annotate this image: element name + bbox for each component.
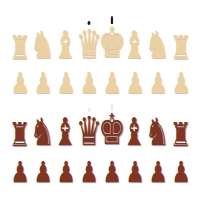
light-bishop-piece: ♝	[122, 26, 147, 64]
grid-cell-r2c5: ♟	[100, 67, 123, 98]
dark-rook-glyph: ♜	[9, 118, 31, 151]
dark-pawn-piece: ♟	[171, 158, 190, 187]
light-bishop-glyph: ♝	[53, 26, 78, 64]
grid-cell-r1c1: ♜	[8, 14, 31, 64]
dark-pawn-piece: ♟	[56, 158, 75, 187]
grid-cell-r1c5: ♚	[100, 14, 123, 64]
grid-cell-r4c4: ♟	[77, 154, 100, 187]
light-knight-piece: ♞	[30, 26, 55, 64]
dark-pawn-glyph: ♟	[125, 158, 144, 187]
light-pawn-glyph: ♟	[56, 69, 75, 98]
piece-grid: ♜♞♝♛♚♝♞♜♟♟♟♟♟♟♟♟♜♞♝♛♚♝♞♜♟♟♟♟♟♟♟♟	[0, 0, 200, 200]
grid-cell-r1c3: ♝	[54, 14, 77, 64]
dark-rook-glyph: ♜	[170, 118, 192, 151]
light-rook-piece: ♜	[9, 31, 31, 64]
grid-cell-r3c1: ♜	[8, 101, 31, 151]
dark-pawn-piece: ♟	[102, 158, 121, 187]
grid-cell-r4c1: ♟	[8, 154, 31, 187]
light-rook-glyph: ♜	[9, 31, 31, 64]
grid-cell-r1c6: ♝	[123, 14, 146, 64]
light-pawn-glyph: ♟	[125, 69, 144, 98]
grid-cell-r4c8: ♟	[169, 154, 192, 187]
dark-pawn-glyph: ♟	[148, 158, 167, 187]
dark-rook-piece: ♜	[170, 118, 192, 151]
light-bishop-piece: ♝	[53, 26, 78, 64]
grid-cell-r3c6: ♝	[123, 101, 146, 151]
grid-cell-r3c5: ♚	[100, 101, 123, 151]
light-pawn-glyph: ♟	[171, 69, 190, 98]
grid-cell-r1c7: ♞	[146, 14, 169, 64]
chess-set-photo: ♜♞♝♛♚♝♞♜♟♟♟♟♟♟♟♟♜♞♝♛♚♝♞♜♟♟♟♟♟♟♟♟	[0, 0, 200, 200]
light-pawn-glyph: ♟	[148, 69, 167, 98]
dark-rook-piece: ♜	[9, 118, 31, 151]
light-king-spike-finial	[110, 16, 112, 24]
grid-cell-r2c6: ♟	[123, 67, 146, 98]
grid-cell-r1c2: ♞	[31, 14, 54, 64]
light-knight-piece: ♞	[145, 26, 170, 64]
light-pawn-piece: ♟	[79, 69, 98, 98]
dark-queen-ball-finial	[87, 108, 90, 112]
light-pawn-glyph: ♟	[102, 69, 121, 98]
grid-cell-r3c2: ♞	[31, 101, 54, 151]
light-knight-glyph: ♞	[30, 26, 55, 64]
light-bishop-glyph: ♝	[122, 26, 147, 64]
dark-pawn-glyph: ♟	[10, 158, 29, 187]
dark-knight-glyph: ♞	[30, 113, 55, 151]
light-pawn-piece: ♟	[10, 69, 29, 98]
dark-bishop-piece: ♝	[122, 113, 147, 151]
dark-pawn-piece: ♟	[148, 158, 167, 187]
light-rook-piece: ♜	[170, 31, 192, 64]
light-pawn-piece: ♟	[171, 69, 190, 98]
grid-cell-r2c4: ♟	[77, 67, 100, 98]
light-rook-glyph: ♜	[170, 31, 192, 64]
dark-pawn-piece: ♟	[125, 158, 144, 187]
grid-cell-r3c7: ♞	[146, 101, 169, 151]
dark-pawn-glyph: ♟	[33, 158, 52, 187]
grid-cell-r3c8: ♜	[169, 101, 192, 151]
grid-cell-r2c8: ♟	[169, 67, 192, 98]
grid-cell-r2c2: ♟	[31, 67, 54, 98]
light-pawn-glyph: ♟	[10, 69, 29, 98]
dark-pawn-piece: ♟	[79, 158, 98, 187]
dark-pawn-glyph: ♟	[102, 158, 121, 187]
light-knight-glyph: ♞	[145, 26, 170, 64]
grid-cell-r1c4: ♛	[77, 14, 100, 64]
grid-cell-r3c4: ♛	[77, 101, 100, 151]
light-pawn-piece: ♟	[148, 69, 167, 98]
grid-cell-r4c7: ♟	[146, 154, 169, 187]
dark-bishop-piece: ♝	[53, 113, 78, 151]
dark-pawn-piece: ♟	[33, 158, 52, 187]
dark-knight-piece: ♞	[30, 113, 55, 151]
grid-cell-r4c5: ♟	[100, 154, 123, 187]
light-queen-ball-finial	[87, 21, 90, 25]
light-pawn-piece: ♟	[56, 69, 75, 98]
dark-pawn-glyph: ♟	[171, 158, 190, 187]
grid-cell-r2c1: ♟	[8, 67, 31, 98]
grid-cell-r4c2: ♟	[31, 154, 54, 187]
dark-pawn-piece: ♟	[10, 158, 29, 187]
grid-cell-r3c3: ♝	[54, 101, 77, 151]
light-pawn-piece: ♟	[33, 69, 52, 98]
dark-bishop-glyph: ♝	[53, 113, 78, 151]
dark-knight-glyph: ♞	[145, 113, 170, 151]
light-pawn-glyph: ♟	[79, 69, 98, 98]
dark-pawn-glyph: ♟	[56, 158, 75, 187]
grid-cell-r2c3: ♟	[54, 67, 77, 98]
grid-cell-r4c3: ♟	[54, 154, 77, 187]
light-pawn-glyph: ♟	[33, 69, 52, 98]
dark-bishop-glyph: ♝	[122, 113, 147, 151]
dark-king-spike-finial	[110, 103, 112, 111]
light-pawn-piece: ♟	[125, 69, 144, 98]
dark-knight-piece: ♞	[145, 113, 170, 151]
grid-cell-r1c8: ♜	[169, 14, 192, 64]
dark-pawn-glyph: ♟	[79, 158, 98, 187]
grid-cell-r2c7: ♟	[146, 67, 169, 98]
light-pawn-piece: ♟	[102, 69, 121, 98]
grid-cell-r4c6: ♟	[123, 154, 146, 187]
